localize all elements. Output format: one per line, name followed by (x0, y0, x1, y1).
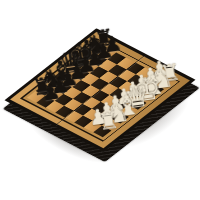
piece-black-pawn: ♟ (40, 82, 56, 105)
chess-board: ♜♞♝♛♚♝♞♜♟♟♟♟♟♟♟♟♟♟♟♟♟♟♟♟♜♞♝♛♚♝♞♜ (4, 28, 195, 152)
photo-background: ♜♞♝♛♚♝♞♜♟♟♟♟♟♟♟♟♟♟♟♟♟♟♟♟♜♞♝♛♚♝♞♜ (0, 0, 200, 200)
piece-white-rook: ♜ (97, 110, 113, 135)
board-top-face: ♜♞♝♛♚♝♞♜♟♟♟♟♟♟♟♟♟♟♟♟♟♟♟♟♜♞♝♛♚♝♞♜ (4, 28, 195, 152)
